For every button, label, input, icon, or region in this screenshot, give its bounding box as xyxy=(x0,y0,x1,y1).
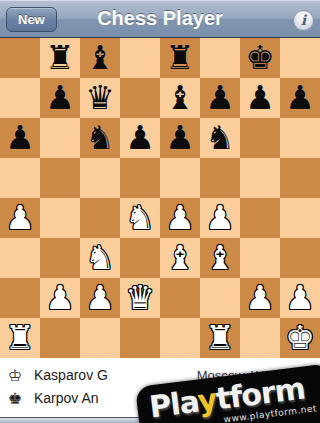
square-c5[interactable] xyxy=(80,158,120,198)
square-d8[interactable] xyxy=(120,38,160,78)
chess-player-app: New Chess Player i ♜♝♜♚♟♛♝♟♟♟♟♞♟♟♞♟♞♟♟♞♝… xyxy=(0,0,320,423)
square-e1[interactable] xyxy=(160,318,200,358)
square-f2[interactable] xyxy=(200,278,240,318)
square-a3[interactable] xyxy=(0,238,40,278)
square-f7[interactable]: ♟ xyxy=(200,78,240,118)
piece-white-pawn-h2: ♟ xyxy=(285,278,315,318)
square-c4[interactable] xyxy=(80,198,120,238)
navigation-bar: New Chess Player i xyxy=(0,0,320,38)
black-king-icon: ♚ xyxy=(8,389,28,408)
piece-white-pawn-b2: ♟ xyxy=(45,278,75,318)
piece-black-pawn-e6: ♟ xyxy=(165,118,195,158)
piece-black-pawn-a6: ♟ xyxy=(5,118,35,158)
square-e3[interactable]: ♝ xyxy=(160,238,200,278)
white-player-name: Kasparov G xyxy=(34,367,108,383)
piece-black-bishop-c8: ♝ xyxy=(85,38,115,78)
square-f6[interactable]: ♞ xyxy=(200,118,240,158)
piece-black-pawn-h7: ♟ xyxy=(285,78,315,118)
piece-white-pawn-g2: ♟ xyxy=(245,278,275,318)
square-h2[interactable]: ♟ xyxy=(280,278,320,318)
square-a1[interactable]: ♜ xyxy=(0,318,40,358)
square-g7[interactable]: ♟ xyxy=(240,78,280,118)
piece-black-bishop-e7: ♝ xyxy=(165,78,195,118)
square-a7[interactable] xyxy=(0,78,40,118)
square-g2[interactable]: ♟ xyxy=(240,278,280,318)
square-b3[interactable] xyxy=(40,238,80,278)
square-b1[interactable] xyxy=(40,318,80,358)
square-d6[interactable]: ♟ xyxy=(120,118,160,158)
square-b6[interactable] xyxy=(40,118,80,158)
black-player-name: Karpov An xyxy=(34,390,99,406)
piece-black-queen-c7: ♛ xyxy=(85,78,115,118)
square-e6[interactable]: ♟ xyxy=(160,118,200,158)
square-e5[interactable] xyxy=(160,158,200,198)
piece-white-pawn-e4: ♟ xyxy=(165,198,195,238)
info-icon[interactable]: i xyxy=(293,10,314,31)
square-b2[interactable]: ♟ xyxy=(40,278,80,318)
piece-black-pawn-d6: ♟ xyxy=(125,118,155,158)
piece-white-queen-d2: ♛ xyxy=(125,278,155,318)
square-d7[interactable] xyxy=(120,78,160,118)
square-g5[interactable] xyxy=(240,158,280,198)
piece-white-pawn-f4: ♟ xyxy=(205,198,235,238)
square-f8[interactable] xyxy=(200,38,240,78)
piece-black-pawn-b7: ♟ xyxy=(45,78,75,118)
piece-black-rook-e8: ♜ xyxy=(165,38,195,78)
square-b7[interactable]: ♟ xyxy=(40,78,80,118)
piece-white-rook-f1: ♜ xyxy=(205,318,235,358)
square-f1[interactable]: ♜ xyxy=(200,318,240,358)
square-a2[interactable] xyxy=(0,278,40,318)
square-a6[interactable]: ♟ xyxy=(0,118,40,158)
piece-white-pawn-c2: ♟ xyxy=(85,278,115,318)
square-c7[interactable]: ♛ xyxy=(80,78,120,118)
square-c3[interactable]: ♞ xyxy=(80,238,120,278)
square-f3[interactable]: ♝ xyxy=(200,238,240,278)
white-player-row: ♔ Kasparov G xyxy=(8,366,108,384)
chess-board: ♜♝♜♚♟♛♝♟♟♟♟♞♟♟♞♟♞♟♟♞♝♝♟♟♛♟♟♜♜♚ xyxy=(0,38,320,358)
square-g6[interactable] xyxy=(240,118,280,158)
new-game-button[interactable]: New xyxy=(6,7,57,32)
piece-white-bishop-f3: ♝ xyxy=(205,238,235,278)
square-e7[interactable]: ♝ xyxy=(160,78,200,118)
square-e8[interactable]: ♜ xyxy=(160,38,200,78)
black-player-row: ♚ Karpov An xyxy=(8,389,99,407)
piece-white-pawn-a4: ♟ xyxy=(5,198,35,238)
piece-white-rook-a1: ♜ xyxy=(5,318,35,358)
piece-black-pawn-f7: ♟ xyxy=(205,78,235,118)
piece-black-rook-b8: ♜ xyxy=(45,38,75,78)
square-a4[interactable]: ♟ xyxy=(0,198,40,238)
square-e2[interactable] xyxy=(160,278,200,318)
square-h1[interactable]: ♚ xyxy=(280,318,320,358)
piece-white-king-h1: ♚ xyxy=(285,318,315,358)
square-c2[interactable]: ♟ xyxy=(80,278,120,318)
square-h3[interactable] xyxy=(280,238,320,278)
piece-black-knight-c6: ♞ xyxy=(85,118,115,158)
square-g1[interactable] xyxy=(240,318,280,358)
piece-black-knight-f6: ♞ xyxy=(205,118,235,158)
square-e4[interactable]: ♟ xyxy=(160,198,200,238)
square-d5[interactable] xyxy=(120,158,160,198)
square-c8[interactable]: ♝ xyxy=(80,38,120,78)
square-d2[interactable]: ♛ xyxy=(120,278,160,318)
square-g3[interactable] xyxy=(240,238,280,278)
square-b4[interactable] xyxy=(40,198,80,238)
square-h5[interactable] xyxy=(280,158,320,198)
white-king-icon: ♔ xyxy=(8,366,28,385)
piece-black-pawn-g7: ♟ xyxy=(245,78,275,118)
square-c6[interactable]: ♞ xyxy=(80,118,120,158)
square-d3[interactable] xyxy=(120,238,160,278)
piece-white-bishop-e3: ♝ xyxy=(165,238,195,278)
square-c1[interactable] xyxy=(80,318,120,358)
square-a5[interactable] xyxy=(0,158,40,198)
square-h6[interactable] xyxy=(280,118,320,158)
piece-white-knight-d4: ♞ xyxy=(125,198,155,238)
square-a8[interactable] xyxy=(0,38,40,78)
square-g8[interactable]: ♚ xyxy=(240,38,280,78)
square-h7[interactable]: ♟ xyxy=(280,78,320,118)
square-h8[interactable] xyxy=(280,38,320,78)
piece-black-king-g8: ♚ xyxy=(245,38,275,78)
square-d4[interactable]: ♞ xyxy=(120,198,160,238)
square-f5[interactable] xyxy=(200,158,240,198)
square-d1[interactable] xyxy=(120,318,160,358)
piece-white-knight-c3: ♞ xyxy=(85,238,115,278)
square-b8[interactable]: ♜ xyxy=(40,38,80,78)
square-g4[interactable] xyxy=(240,198,280,238)
square-b5[interactable] xyxy=(40,158,80,198)
square-f4[interactable]: ♟ xyxy=(200,198,240,238)
square-h4[interactable] xyxy=(280,198,320,238)
